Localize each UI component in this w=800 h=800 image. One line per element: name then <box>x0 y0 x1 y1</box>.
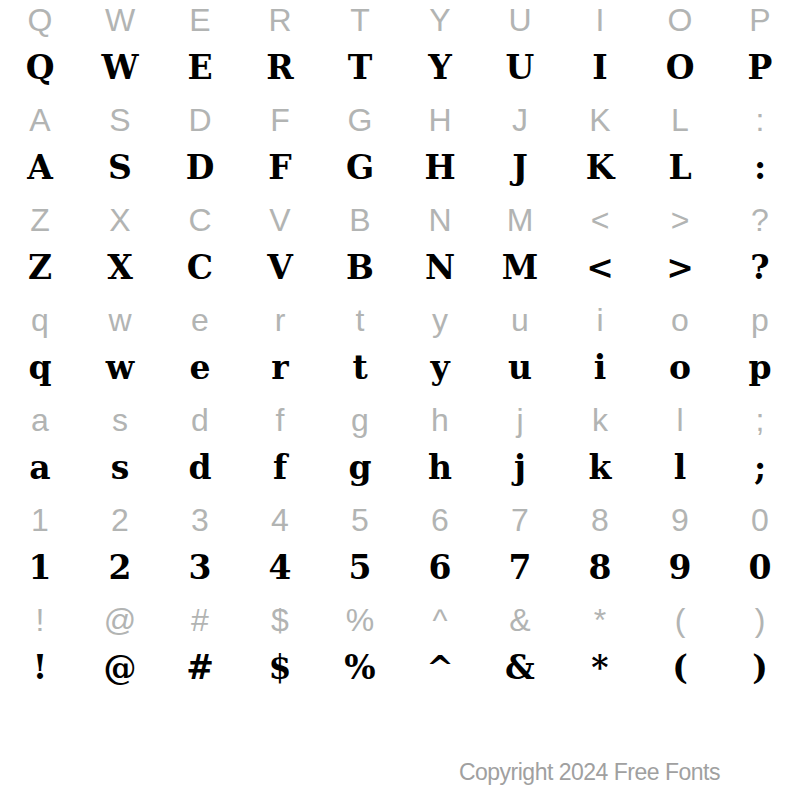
char-cell: Q <box>0 50 80 100</box>
ghost-row-symbols: !@#$%^&*() <box>0 600 800 650</box>
ghost-row-uppercase-bottom: ZXCVBNM<>? <box>0 200 800 250</box>
char-block-digits: 1234567890 1234567890 <box>0 500 800 600</box>
char-cell: d <box>160 450 240 500</box>
char-cell: d <box>160 400 240 450</box>
ghost-row-lowercase-home: asdfghjkl; <box>0 400 800 450</box>
char-cell: & <box>480 600 560 650</box>
char-cell: H <box>400 150 480 200</box>
char-cell: y <box>400 350 480 400</box>
char-block-lowercase-top: qwertyuiop qwertyuiop <box>0 300 800 400</box>
char-cell: N <box>400 200 480 250</box>
char-cell: X <box>80 250 160 300</box>
char-cell: g <box>320 450 400 500</box>
char-cell: H <box>400 100 480 150</box>
char-cell: D <box>160 150 240 200</box>
char-cell: @ <box>80 650 160 700</box>
char-cell: A <box>0 150 80 200</box>
char-cell: j <box>480 450 560 500</box>
char-cell: B <box>320 250 400 300</box>
char-cell: 7 <box>480 550 560 600</box>
char-cell: a <box>0 450 80 500</box>
char-cell: f <box>240 450 320 500</box>
char-cell: ) <box>720 650 800 700</box>
char-cell: # <box>160 600 240 650</box>
char-cell: Z <box>0 250 80 300</box>
char-block-uppercase-top: QWERTYUIOP QWERTYUIOP <box>0 0 800 100</box>
char-cell: 3 <box>160 550 240 600</box>
char-cell: ? <box>720 200 800 250</box>
char-cell: Q <box>0 0 80 50</box>
char-cell: ? <box>720 250 800 300</box>
char-cell: R <box>240 50 320 100</box>
char-cell: C <box>160 200 240 250</box>
char-cell: J <box>480 100 560 150</box>
char-cell: 2 <box>80 550 160 600</box>
char-cell: G <box>320 100 400 150</box>
char-cell: t <box>320 300 400 350</box>
char-cell: V <box>240 200 320 250</box>
char-cell: G <box>320 150 400 200</box>
char-cell: w <box>80 300 160 350</box>
char-cell: k <box>560 400 640 450</box>
char-block-lowercase-home: asdfghjkl; asdfghjkl; <box>0 400 800 500</box>
char-cell: Y <box>400 0 480 50</box>
char-cell: I <box>560 0 640 50</box>
char-cell: & <box>480 650 560 700</box>
bold-row-uppercase-home: ASDFGHJKL: <box>0 150 800 200</box>
char-cell: 8 <box>560 550 640 600</box>
char-cell: < <box>560 250 640 300</box>
char-cell: M <box>480 250 560 300</box>
char-cell: D <box>160 100 240 150</box>
char-cell: K <box>560 150 640 200</box>
char-cell: 6 <box>400 550 480 600</box>
char-cell: 8 <box>560 500 640 550</box>
char-cell: p <box>720 350 800 400</box>
bold-row-symbols: !@#$%^&*() <box>0 650 800 700</box>
ghost-row-lowercase-top: qwertyuiop <box>0 300 800 350</box>
char-cell: : <box>720 150 800 200</box>
char-cell: u <box>480 300 560 350</box>
char-cell: $ <box>240 650 320 700</box>
char-cell: ( <box>640 600 720 650</box>
char-cell: u <box>480 350 560 400</box>
char-cell: * <box>560 600 640 650</box>
char-cell: V <box>240 250 320 300</box>
char-cell: 5 <box>320 500 400 550</box>
char-cell: > <box>640 250 720 300</box>
char-cell: T <box>320 50 400 100</box>
char-cell: S <box>80 150 160 200</box>
char-cell: w <box>80 350 160 400</box>
char-cell: M <box>480 200 560 250</box>
font-specimen-sheet: QWERTYUIOP QWERTYUIOP ASDFGHJKL: ASDFGHJ… <box>0 0 800 700</box>
bold-row-uppercase-bottom: ZXCVBNM<>? <box>0 250 800 300</box>
char-cell: 0 <box>720 500 800 550</box>
char-cell: * <box>560 650 640 700</box>
char-cell: q <box>0 350 80 400</box>
char-cell: 3 <box>160 500 240 550</box>
char-cell: O <box>640 50 720 100</box>
char-cell: k <box>560 450 640 500</box>
char-cell: i <box>560 350 640 400</box>
char-cell: ) <box>720 600 800 650</box>
char-cell: U <box>480 50 560 100</box>
char-cell: 2 <box>80 500 160 550</box>
char-cell: 4 <box>240 500 320 550</box>
char-cell: 0 <box>720 550 800 600</box>
char-cell: % <box>320 600 400 650</box>
char-cell: q <box>0 300 80 350</box>
char-cell: s <box>80 400 160 450</box>
char-cell: F <box>240 150 320 200</box>
char-cell: 1 <box>0 500 80 550</box>
char-cell: ; <box>720 400 800 450</box>
char-cell: > <box>640 200 720 250</box>
bold-row-lowercase-home: asdfghjkl; <box>0 450 800 500</box>
char-cell: 4 <box>240 550 320 600</box>
char-cell: @ <box>80 600 160 650</box>
char-block-symbols: !@#$%^&*() !@#$%^&*() <box>0 600 800 700</box>
char-cell: Z <box>0 200 80 250</box>
char-cell: g <box>320 400 400 450</box>
char-cell: h <box>400 400 480 450</box>
char-cell: P <box>720 50 800 100</box>
char-cell: ! <box>0 600 80 650</box>
char-cell: 9 <box>640 500 720 550</box>
bold-row-lowercase-top: qwertyuiop <box>0 350 800 400</box>
char-cell: ^ <box>400 600 480 650</box>
char-cell: L <box>640 150 720 200</box>
char-cell: < <box>560 200 640 250</box>
char-cell: e <box>160 300 240 350</box>
char-cell: E <box>160 50 240 100</box>
char-cell: Y <box>400 50 480 100</box>
char-block-uppercase-home: ASDFGHJKL: ASDFGHJKL: <box>0 100 800 200</box>
char-cell: h <box>400 450 480 500</box>
ghost-row-uppercase-home: ASDFGHJKL: <box>0 100 800 150</box>
char-cell: o <box>640 350 720 400</box>
char-cell: 5 <box>320 550 400 600</box>
char-cell: ; <box>720 450 800 500</box>
char-cell: ! <box>0 650 80 700</box>
char-cell: : <box>720 100 800 150</box>
char-cell: I <box>560 50 640 100</box>
char-cell: P <box>720 0 800 50</box>
char-cell: % <box>320 650 400 700</box>
bold-row-uppercase-top: QWERTYUIOP <box>0 50 800 100</box>
char-cell: l <box>640 400 720 450</box>
ghost-row-digits: 1234567890 <box>0 500 800 550</box>
ghost-row-uppercase-top: QWERTYUIOP <box>0 0 800 50</box>
char-cell: O <box>640 0 720 50</box>
char-cell: F <box>240 100 320 150</box>
char-cell: o <box>640 300 720 350</box>
char-cell: 6 <box>400 500 480 550</box>
char-cell: K <box>560 100 640 150</box>
char-cell: t <box>320 350 400 400</box>
char-cell: s <box>80 450 160 500</box>
copyright-text: Copyright 2024 Free Fonts <box>459 758 720 786</box>
char-cell: J <box>480 150 560 200</box>
char-cell: l <box>640 450 720 500</box>
char-cell: e <box>160 350 240 400</box>
char-cell: 9 <box>640 550 720 600</box>
char-cell: E <box>160 0 240 50</box>
char-cell: W <box>80 50 160 100</box>
char-cell: ^ <box>400 650 480 700</box>
char-cell: j <box>480 400 560 450</box>
char-cell: B <box>320 200 400 250</box>
bold-row-digits: 1234567890 <box>0 550 800 600</box>
char-cell: y <box>400 300 480 350</box>
char-cell: N <box>400 250 480 300</box>
char-cell: R <box>240 0 320 50</box>
char-cell: p <box>720 300 800 350</box>
char-cell: ( <box>640 650 720 700</box>
char-cell: A <box>0 100 80 150</box>
char-cell: i <box>560 300 640 350</box>
char-cell: 7 <box>480 500 560 550</box>
char-cell: f <box>240 400 320 450</box>
char-cell: C <box>160 250 240 300</box>
char-cell: T <box>320 0 400 50</box>
char-cell: X <box>80 200 160 250</box>
char-cell: # <box>160 650 240 700</box>
char-cell: a <box>0 400 80 450</box>
char-cell: r <box>240 350 320 400</box>
char-cell: r <box>240 300 320 350</box>
char-cell: $ <box>240 600 320 650</box>
char-cell: S <box>80 100 160 150</box>
char-block-uppercase-bottom: ZXCVBNM<>? ZXCVBNM<>? <box>0 200 800 300</box>
char-cell: 1 <box>0 550 80 600</box>
char-cell: L <box>640 100 720 150</box>
char-cell: W <box>80 0 160 50</box>
char-cell: U <box>480 0 560 50</box>
